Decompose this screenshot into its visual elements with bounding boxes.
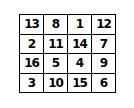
- cell-r2c2: 11: [44, 35, 67, 54]
- cell-r3c4: 9: [92, 54, 115, 73]
- cell-r1c2: 8: [44, 15, 67, 34]
- cell-r4c3: 15: [68, 74, 91, 93]
- cell-r4c2: 10: [44, 74, 67, 93]
- cell-r2c4: 7: [92, 35, 115, 54]
- cell-r1c3: 1: [68, 15, 91, 34]
- cell-r1c1: 13: [20, 15, 43, 34]
- cell-r4c4: 6: [92, 74, 115, 93]
- cell-r3c1: 16: [20, 54, 43, 73]
- cell-r4c1: 3: [20, 74, 43, 93]
- cell-r2c1: 2: [20, 35, 43, 54]
- magic-square-board: 13 8 1 12 2 11 14 7 16 5 4 9 3 10 15 6: [19, 14, 116, 93]
- magic-square-diagram: 13 8 1 12 2 11 14 7 16 5 4 9 3 10 15 6: [0, 0, 134, 108]
- cell-r2c3: 14: [68, 35, 91, 54]
- cell-r3c2: 5: [44, 54, 67, 73]
- cell-r3c3: 4: [68, 54, 91, 73]
- cell-r1c4: 12: [92, 15, 115, 34]
